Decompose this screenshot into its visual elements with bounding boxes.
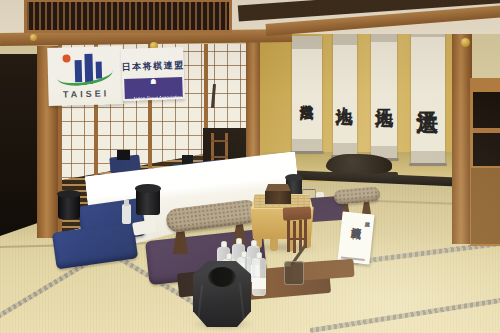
nail-cover-ornament	[30, 34, 37, 41]
scroll-calligraphy: 道法自然	[292, 50, 322, 138]
taisei-wordmark: TAISEI	[48, 88, 123, 100]
scroll-roller	[409, 163, 447, 166]
kettle-lid	[285, 174, 303, 181]
hanging-scroll-1: 道法自然	[292, 36, 322, 152]
taisei-logo	[60, 51, 110, 87]
shogi-venue-photo: 道法自然 人法地 地法天 天法道	[0, 0, 500, 333]
water-bottle	[252, 258, 266, 296]
wooden-stand	[211, 140, 228, 142]
scroll-mount	[292, 36, 322, 49]
komadai-leg	[287, 219, 290, 252]
komadai-rail	[288, 238, 306, 240]
waste-basket-rim	[135, 184, 161, 193]
jsa-title: 日本将棋連盟	[122, 59, 184, 74]
sanitizer-bottle	[122, 204, 131, 224]
bottle-cap	[221, 241, 227, 248]
glass-jug	[284, 261, 304, 285]
bottle-cap	[236, 238, 242, 245]
transom-grille	[24, 0, 232, 33]
scroll-calligraphy: 天法道	[411, 38, 445, 150]
container-opening	[208, 267, 236, 287]
bottle-cap	[241, 251, 247, 258]
taisei-logo-swoosh	[56, 60, 114, 89]
jsa-purple-band: ☗ Japan Shogi Association	[124, 77, 183, 99]
hanging-scroll-3: 地法天	[371, 29, 397, 159]
taisei-banner: TAISEI	[47, 46, 123, 106]
wooden-stand	[211, 156, 228, 158]
sanitizer-cap	[124, 200, 129, 206]
cabinet-lower-door	[471, 168, 500, 244]
sign-header: 大成建設杯	[365, 217, 371, 218]
sign-title: 清麗戦	[350, 218, 364, 222]
bottle-cap	[226, 253, 232, 260]
cabinet-shelf	[473, 128, 500, 133]
taisei-logo-sun	[62, 54, 70, 62]
bottle-cap	[256, 252, 262, 259]
scroll-calligraphy: 人法地	[333, 46, 357, 142]
komadai-leg	[293, 221, 296, 253]
hanging-scroll-2: 人法地	[333, 32, 357, 156]
bottle-label	[252, 278, 266, 289]
hanging-scroll-4: 天法道	[411, 24, 445, 164]
shogi-piece-icon: ☗	[124, 77, 182, 87]
piece-box	[265, 191, 291, 204]
jsa-subtitle: Japan Shogi Association	[133, 95, 182, 101]
event-sign: 大成建設杯 清麗戦	[337, 211, 374, 264]
octagonal-container	[193, 261, 251, 327]
komadai-stool	[283, 206, 312, 220]
equipment-box	[117, 150, 130, 160]
right-post	[452, 12, 472, 244]
waste-basket-rim	[57, 190, 81, 198]
scroll-calligraphy: 地法天	[371, 43, 397, 145]
container-facet	[239, 283, 245, 323]
wall-panel	[0, 0, 26, 34]
nail-cover-ornament	[461, 38, 470, 47]
jsa-banner: 日本将棋連盟 ☗ Japan Shogi Association	[121, 47, 185, 101]
board-leg	[270, 239, 278, 251]
side-cabinet	[470, 78, 500, 246]
bottle-cap	[251, 240, 257, 247]
left-doorway	[0, 54, 42, 236]
